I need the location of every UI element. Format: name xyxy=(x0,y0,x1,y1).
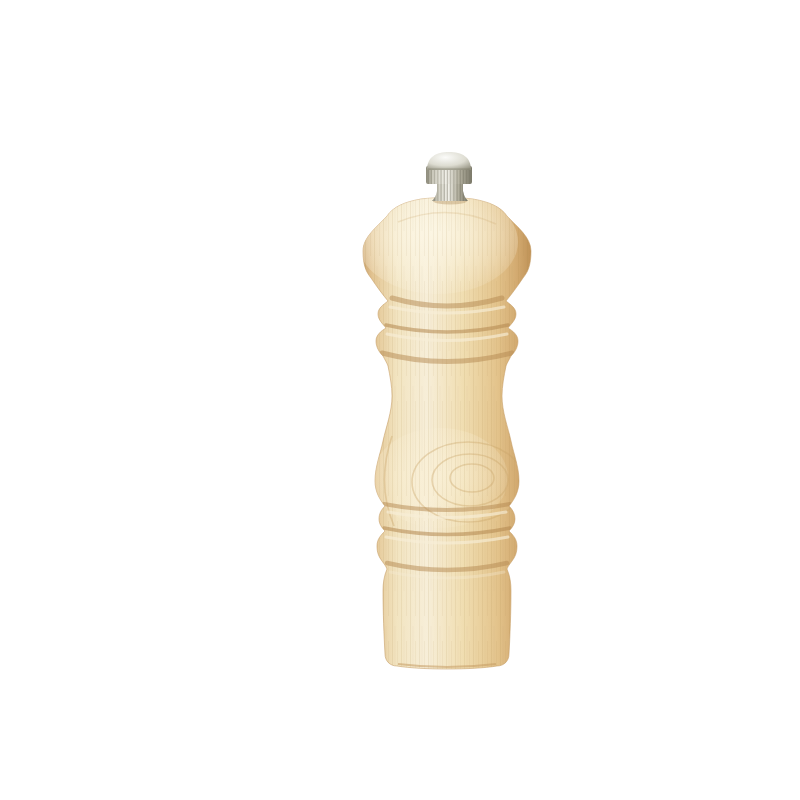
pepper-mill-illustration xyxy=(40,16,800,800)
pepper-mill-product-image xyxy=(40,16,800,800)
knob-stem-knurling xyxy=(432,182,468,201)
